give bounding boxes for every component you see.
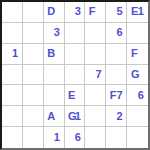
cell-r6c4[interactable]: G1 <box>65 106 86 127</box>
cell-r6c3[interactable]: A <box>44 106 65 127</box>
digit-glyph: 7 <box>116 90 123 101</box>
cell-r4c5[interactable]: 7 <box>85 65 106 86</box>
cell-r3c4[interactable] <box>65 44 86 65</box>
cell-r3c6[interactable] <box>106 44 127 65</box>
cell-r3c1[interactable]: 1 <box>2 44 23 65</box>
cell-r5c3[interactable] <box>44 85 65 106</box>
cell-r1c3[interactable]: D <box>44 2 65 23</box>
cell-r1c6[interactable]: 5 <box>106 2 127 23</box>
cell-r1c1[interactable] <box>2 2 23 23</box>
puzzle-board: D3F5E1361BF7GEF76AG1216 <box>0 0 150 150</box>
letter-glyph: F <box>131 48 138 59</box>
digit-glyph: 1 <box>54 132 61 143</box>
cell-r2c7[interactable] <box>127 23 148 44</box>
cell-r7c2[interactable] <box>23 127 44 148</box>
cell-r5c4[interactable]: E <box>65 85 86 106</box>
cell-r1c2[interactable] <box>23 2 44 23</box>
cell-r3c2[interactable] <box>23 44 44 65</box>
digit-glyph: 6 <box>74 132 81 143</box>
cell-r7c6[interactable] <box>106 127 127 148</box>
cell-r5c5[interactable] <box>85 85 106 106</box>
cell-r4c3[interactable] <box>44 65 65 86</box>
cell-r2c4[interactable] <box>65 23 86 44</box>
cell-r6c7[interactable] <box>127 106 148 127</box>
cell-r2c2[interactable] <box>23 23 44 44</box>
digit-glyph: 3 <box>54 27 61 38</box>
cell-r2c5[interactable] <box>85 23 106 44</box>
cell-r6c6[interactable]: 2 <box>106 106 127 127</box>
letter-glyph: F <box>89 6 96 17</box>
digit-glyph: 6 <box>116 27 123 38</box>
cell-r4c4[interactable] <box>65 65 86 86</box>
cell-r1c7[interactable]: E1 <box>127 2 148 23</box>
cell-r1c5[interactable]: F <box>85 2 106 23</box>
cell-r3c3[interactable]: B <box>44 44 65 65</box>
cell-r6c1[interactable] <box>2 106 23 127</box>
cell-r7c3[interactable]: 1 <box>44 127 65 148</box>
cell-r3c7[interactable]: F <box>127 44 148 65</box>
digit-glyph: 1 <box>12 48 19 59</box>
cell-r4c7[interactable]: G <box>127 65 148 86</box>
cell-r2c6[interactable]: 6 <box>106 23 127 44</box>
digit-glyph: 1 <box>138 6 145 17</box>
cell-r4c6[interactable] <box>106 65 127 86</box>
digit-glyph: 2 <box>116 111 123 122</box>
cell-r7c1[interactable] <box>2 127 23 148</box>
cell-r2c3[interactable]: 3 <box>44 23 65 44</box>
letter-glyph: E <box>68 90 75 101</box>
letter-glyph: D <box>47 6 54 17</box>
cell-r2c1[interactable] <box>2 23 23 44</box>
cell-r6c2[interactable] <box>23 106 44 127</box>
digit-glyph: 1 <box>74 111 81 122</box>
letter-glyph: B <box>47 48 54 59</box>
digit-glyph: 5 <box>116 6 123 17</box>
cell-r6c5[interactable] <box>85 106 106 127</box>
digit-glyph: 6 <box>138 90 145 101</box>
digit-glyph: 7 <box>95 69 102 80</box>
letter-glyph: A <box>47 111 54 122</box>
cell-r3c5[interactable] <box>85 44 106 65</box>
cell-r4c1[interactable] <box>2 65 23 86</box>
cell-r4c2[interactable] <box>23 65 44 86</box>
letter-glyph: G <box>131 69 138 80</box>
cell-r5c6[interactable]: F7 <box>106 85 127 106</box>
cell-r1c4[interactable]: 3 <box>65 2 86 23</box>
cell-r5c7[interactable]: 6 <box>127 85 148 106</box>
cell-r7c5[interactable] <box>85 127 106 148</box>
cell-r5c2[interactable] <box>23 85 44 106</box>
cell-r5c1[interactable] <box>2 85 23 106</box>
cell-r7c4[interactable]: 6 <box>65 127 86 148</box>
digit-glyph: 3 <box>74 6 81 17</box>
cell-r7c7[interactable] <box>127 127 148 148</box>
